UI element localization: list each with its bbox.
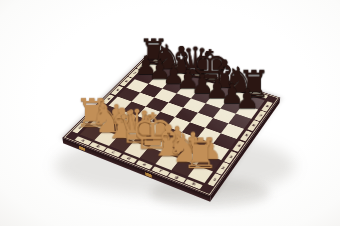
playing-field: ♜♞♝♛♚♝♞♜♟♟♟♟♟♟♟♟♟♟♟♟♟♟♟♟♜♞♝♛♚♝♞♜ — [80, 63, 265, 183]
coord-plaque-5: 5 — [111, 86, 124, 96]
coord-plaque-h: h — [252, 91, 268, 99]
product-photo: abcdefgh abcdefgh 87654321 87654321 ♜♞♝♛… — [0, 0, 340, 226]
brass-hinge-icon — [145, 172, 152, 178]
brass-hinge-icon — [79, 145, 85, 151]
chess-board: abcdefgh abcdefgh 87654321 87654321 ♜♞♝♛… — [62, 55, 280, 197]
